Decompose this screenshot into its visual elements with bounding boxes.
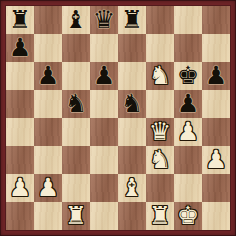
- square-h7[interactable]: [202, 34, 230, 62]
- square-c5[interactable]: ♞: [62, 90, 90, 118]
- square-d7[interactable]: [90, 34, 118, 62]
- square-g8[interactable]: [174, 6, 202, 34]
- square-e3[interactable]: [118, 146, 146, 174]
- piece-white-pawn: ♟: [202, 146, 230, 174]
- square-h4[interactable]: [202, 118, 230, 146]
- square-b8[interactable]: [34, 6, 62, 34]
- square-d6[interactable]: ♟: [90, 62, 118, 90]
- square-h6[interactable]: ♟: [202, 62, 230, 90]
- piece-white-pawn: ♟: [174, 118, 202, 146]
- square-f1[interactable]: ♜: [146, 202, 174, 230]
- square-d3[interactable]: [90, 146, 118, 174]
- square-e2[interactable]: ♝: [118, 174, 146, 202]
- square-c4[interactable]: [62, 118, 90, 146]
- square-b3[interactable]: [34, 146, 62, 174]
- square-c6[interactable]: [62, 62, 90, 90]
- square-b7[interactable]: [34, 34, 62, 62]
- square-g4[interactable]: ♟: [174, 118, 202, 146]
- piece-white-pawn: ♟: [34, 174, 62, 202]
- square-g5[interactable]: ♟: [174, 90, 202, 118]
- square-a8[interactable]: ♜: [6, 6, 34, 34]
- piece-black-pawn: ♟: [6, 34, 34, 62]
- piece-white-rook: ♜: [146, 202, 174, 230]
- chessboard: ♜♝♛♜♟♟♟♞♚♟♞♞♟♛♟♞♟♟♟♝♜♜♚: [6, 6, 230, 230]
- square-d5[interactable]: [90, 90, 118, 118]
- piece-black-rook: ♜: [118, 6, 146, 34]
- piece-black-queen: ♛: [90, 6, 118, 34]
- square-f3[interactable]: ♞: [146, 146, 174, 174]
- square-c3[interactable]: [62, 146, 90, 174]
- square-f4[interactable]: ♛: [146, 118, 174, 146]
- square-d8[interactable]: ♛: [90, 6, 118, 34]
- square-h8[interactable]: [202, 6, 230, 34]
- square-b5[interactable]: [34, 90, 62, 118]
- square-f5[interactable]: [146, 90, 174, 118]
- piece-white-knight: ♞: [146, 62, 174, 90]
- square-a7[interactable]: ♟: [6, 34, 34, 62]
- square-f2[interactable]: [146, 174, 174, 202]
- piece-black-pawn: ♟: [174, 90, 202, 118]
- square-h1[interactable]: [202, 202, 230, 230]
- square-a5[interactable]: [6, 90, 34, 118]
- piece-white-king: ♚: [174, 202, 202, 230]
- square-c2[interactable]: [62, 174, 90, 202]
- square-f7[interactable]: [146, 34, 174, 62]
- piece-black-king: ♚: [174, 62, 202, 90]
- square-g2[interactable]: [174, 174, 202, 202]
- piece-black-bishop: ♝: [62, 6, 90, 34]
- piece-black-pawn: ♟: [90, 62, 118, 90]
- piece-white-pawn: ♟: [6, 174, 34, 202]
- piece-black-knight: ♞: [62, 90, 90, 118]
- square-a6[interactable]: [6, 62, 34, 90]
- square-h3[interactable]: ♟: [202, 146, 230, 174]
- piece-black-pawn: ♟: [34, 62, 62, 90]
- square-a2[interactable]: ♟: [6, 174, 34, 202]
- piece-white-bishop: ♝: [118, 174, 146, 202]
- square-e5[interactable]: ♞: [118, 90, 146, 118]
- square-f6[interactable]: ♞: [146, 62, 174, 90]
- square-e1[interactable]: [118, 202, 146, 230]
- square-a1[interactable]: [6, 202, 34, 230]
- square-b6[interactable]: ♟: [34, 62, 62, 90]
- square-e7[interactable]: [118, 34, 146, 62]
- square-f8[interactable]: [146, 6, 174, 34]
- square-g1[interactable]: ♚: [174, 202, 202, 230]
- square-d2[interactable]: [90, 174, 118, 202]
- square-c8[interactable]: ♝: [62, 6, 90, 34]
- square-e8[interactable]: ♜: [118, 6, 146, 34]
- square-a4[interactable]: [6, 118, 34, 146]
- square-g7[interactable]: [174, 34, 202, 62]
- square-h5[interactable]: [202, 90, 230, 118]
- square-b2[interactable]: ♟: [34, 174, 62, 202]
- square-e4[interactable]: [118, 118, 146, 146]
- piece-white-rook: ♜: [62, 202, 90, 230]
- square-d1[interactable]: [90, 202, 118, 230]
- square-h2[interactable]: [202, 174, 230, 202]
- piece-black-rook: ♜: [6, 6, 34, 34]
- chessboard-frame: ♜♝♛♜♟♟♟♞♚♟♞♞♟♛♟♞♟♟♟♝♜♜♚: [0, 0, 236, 236]
- piece-white-knight: ♞: [146, 146, 174, 174]
- piece-white-queen: ♛: [146, 118, 174, 146]
- piece-black-pawn: ♟: [202, 62, 230, 90]
- square-a3[interactable]: [6, 146, 34, 174]
- square-d4[interactable]: [90, 118, 118, 146]
- square-e6[interactable]: [118, 62, 146, 90]
- piece-black-knight: ♞: [118, 90, 146, 118]
- square-b1[interactable]: [34, 202, 62, 230]
- square-c1[interactable]: ♜: [62, 202, 90, 230]
- square-g6[interactable]: ♚: [174, 62, 202, 90]
- square-g3[interactable]: [174, 146, 202, 174]
- square-c7[interactable]: [62, 34, 90, 62]
- square-b4[interactable]: [34, 118, 62, 146]
